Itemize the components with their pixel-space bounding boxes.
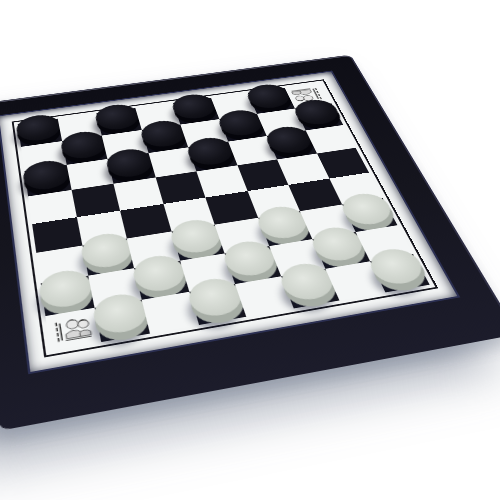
board-pose (0, 55, 500, 431)
studio-scene (0, 0, 500, 500)
grid-border-line (12, 79, 439, 357)
square-r8c2[interactable] (94, 300, 150, 342)
photo-canvas: { "game": "checkers", "scene_description… (0, 0, 500, 500)
board-frame (0, 55, 500, 431)
checkers-board (0, 70, 460, 374)
brand-logo-near (50, 311, 96, 347)
checkers-grid (18, 83, 430, 351)
